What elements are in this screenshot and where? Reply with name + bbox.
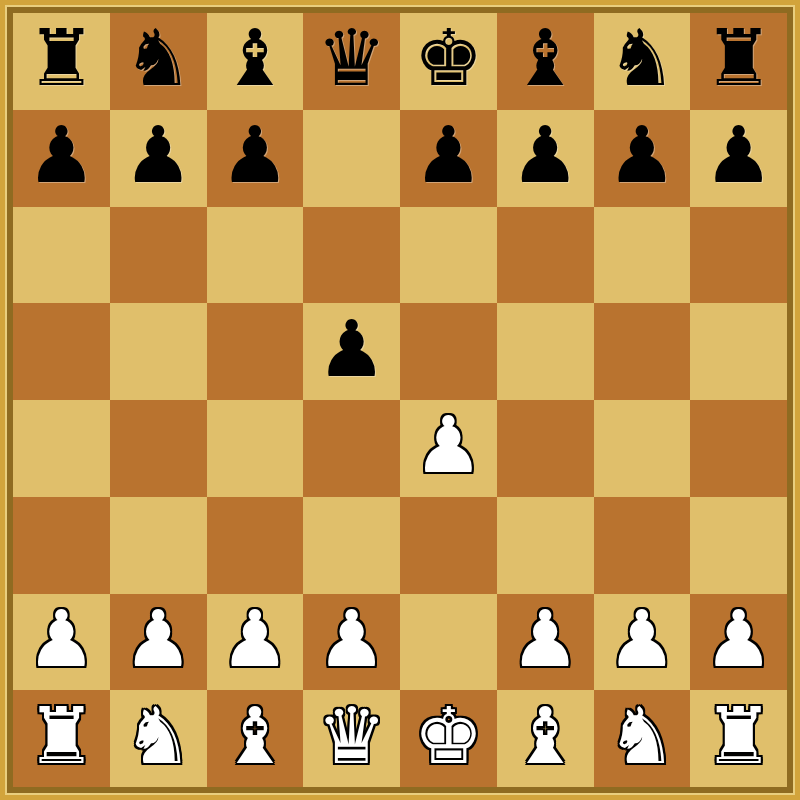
square-f2[interactable]: ♟ — [497, 594, 594, 691]
square-h1[interactable]: ♜ — [690, 690, 787, 787]
white-pawn[interactable]: ♟ — [26, 600, 96, 678]
square-f4[interactable] — [497, 400, 594, 497]
board-frame-outer: ♜♞♝♛♚♝♞♜♟♟♟♟♟♟♟♟♟♟♟♟♟♟♟♟♜♞♝♛♚♝♞♜ — [0, 0, 800, 800]
black-rook[interactable]: ♜ — [26, 19, 96, 97]
white-queen[interactable]: ♛ — [317, 697, 387, 775]
black-queen[interactable]: ♛ — [317, 19, 387, 97]
square-e5[interactable] — [400, 303, 497, 400]
square-h8[interactable]: ♜ — [690, 13, 787, 110]
square-c6[interactable] — [207, 207, 304, 304]
square-e8[interactable]: ♚ — [400, 13, 497, 110]
white-pawn[interactable]: ♟ — [123, 600, 193, 678]
white-pawn[interactable]: ♟ — [317, 600, 387, 678]
board-frame-inner: ♜♞♝♛♚♝♞♜♟♟♟♟♟♟♟♟♟♟♟♟♟♟♟♟♜♞♝♛♚♝♞♜ — [7, 7, 793, 793]
square-d5[interactable]: ♟ — [303, 303, 400, 400]
square-f1[interactable]: ♝ — [497, 690, 594, 787]
black-pawn[interactable]: ♟ — [123, 116, 193, 194]
white-bishop[interactable]: ♝ — [510, 697, 580, 775]
black-bishop[interactable]: ♝ — [510, 19, 580, 97]
square-e6[interactable] — [400, 207, 497, 304]
black-pawn[interactable]: ♟ — [413, 116, 483, 194]
square-f5[interactable] — [497, 303, 594, 400]
square-e2[interactable] — [400, 594, 497, 691]
square-a3[interactable] — [13, 497, 110, 594]
black-rook[interactable]: ♜ — [704, 19, 774, 97]
square-b2[interactable]: ♟ — [110, 594, 207, 691]
square-g8[interactable]: ♞ — [594, 13, 691, 110]
square-a5[interactable] — [13, 303, 110, 400]
white-pawn[interactable]: ♟ — [413, 406, 483, 484]
square-h7[interactable]: ♟ — [690, 110, 787, 207]
square-a1[interactable]: ♜ — [13, 690, 110, 787]
square-a2[interactable]: ♟ — [13, 594, 110, 691]
black-bishop[interactable]: ♝ — [220, 19, 290, 97]
square-b7[interactable]: ♟ — [110, 110, 207, 207]
square-b3[interactable] — [110, 497, 207, 594]
black-pawn[interactable]: ♟ — [220, 116, 290, 194]
square-f6[interactable] — [497, 207, 594, 304]
black-knight[interactable]: ♞ — [607, 19, 677, 97]
black-pawn[interactable]: ♟ — [510, 116, 580, 194]
square-g7[interactable]: ♟ — [594, 110, 691, 207]
square-a8[interactable]: ♜ — [13, 13, 110, 110]
square-f7[interactable]: ♟ — [497, 110, 594, 207]
square-g1[interactable]: ♞ — [594, 690, 691, 787]
square-b4[interactable] — [110, 400, 207, 497]
black-pawn[interactable]: ♟ — [607, 116, 677, 194]
square-b6[interactable] — [110, 207, 207, 304]
square-a7[interactable]: ♟ — [13, 110, 110, 207]
square-g5[interactable] — [594, 303, 691, 400]
square-b5[interactable] — [110, 303, 207, 400]
square-f8[interactable]: ♝ — [497, 13, 594, 110]
square-d6[interactable] — [303, 207, 400, 304]
square-d8[interactable]: ♛ — [303, 13, 400, 110]
square-g3[interactable] — [594, 497, 691, 594]
square-h4[interactable] — [690, 400, 787, 497]
square-c1[interactable]: ♝ — [207, 690, 304, 787]
black-pawn[interactable]: ♟ — [26, 116, 96, 194]
square-c7[interactable]: ♟ — [207, 110, 304, 207]
board-frame-line: ♜♞♝♛♚♝♞♜♟♟♟♟♟♟♟♟♟♟♟♟♟♟♟♟♜♞♝♛♚♝♞♜ — [5, 5, 795, 795]
white-king[interactable]: ♚ — [413, 697, 483, 775]
square-d7[interactable] — [303, 110, 400, 207]
square-h6[interactable] — [690, 207, 787, 304]
square-h5[interactable] — [690, 303, 787, 400]
black-knight[interactable]: ♞ — [123, 19, 193, 97]
square-h2[interactable]: ♟ — [690, 594, 787, 691]
square-d1[interactable]: ♛ — [303, 690, 400, 787]
square-a4[interactable] — [13, 400, 110, 497]
square-c4[interactable] — [207, 400, 304, 497]
square-g6[interactable] — [594, 207, 691, 304]
white-bishop[interactable]: ♝ — [220, 697, 290, 775]
square-e3[interactable] — [400, 497, 497, 594]
black-pawn[interactable]: ♟ — [317, 310, 387, 388]
white-pawn[interactable]: ♟ — [510, 600, 580, 678]
square-g2[interactable]: ♟ — [594, 594, 691, 691]
square-e1[interactable]: ♚ — [400, 690, 497, 787]
black-king[interactable]: ♚ — [413, 19, 483, 97]
white-rook[interactable]: ♜ — [26, 697, 96, 775]
white-knight[interactable]: ♞ — [123, 697, 193, 775]
square-g4[interactable] — [594, 400, 691, 497]
white-knight[interactable]: ♞ — [607, 697, 677, 775]
white-pawn[interactable]: ♟ — [220, 600, 290, 678]
square-c5[interactable] — [207, 303, 304, 400]
square-c3[interactable] — [207, 497, 304, 594]
square-a6[interactable] — [13, 207, 110, 304]
square-d3[interactable] — [303, 497, 400, 594]
square-c8[interactable]: ♝ — [207, 13, 304, 110]
square-h3[interactable] — [690, 497, 787, 594]
square-c2[interactable]: ♟ — [207, 594, 304, 691]
square-d2[interactable]: ♟ — [303, 594, 400, 691]
square-b1[interactable]: ♞ — [110, 690, 207, 787]
square-d4[interactable] — [303, 400, 400, 497]
black-pawn[interactable]: ♟ — [704, 116, 774, 194]
square-b8[interactable]: ♞ — [110, 13, 207, 110]
square-e7[interactable]: ♟ — [400, 110, 497, 207]
square-e4[interactable]: ♟ — [400, 400, 497, 497]
square-f3[interactable] — [497, 497, 594, 594]
white-pawn[interactable]: ♟ — [704, 600, 774, 678]
white-pawn[interactable]: ♟ — [607, 600, 677, 678]
chess-board: ♜♞♝♛♚♝♞♜♟♟♟♟♟♟♟♟♟♟♟♟♟♟♟♟♜♞♝♛♚♝♞♜ — [13, 13, 787, 787]
white-rook[interactable]: ♜ — [704, 697, 774, 775]
